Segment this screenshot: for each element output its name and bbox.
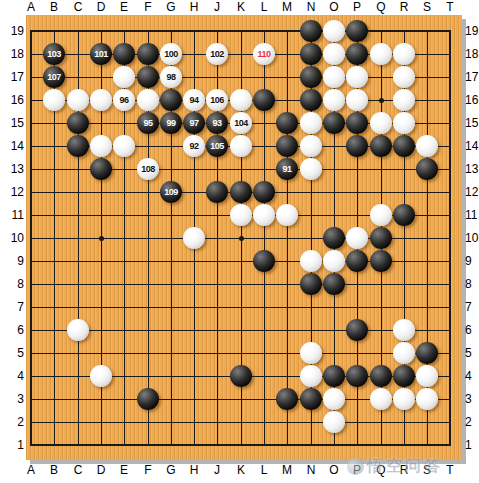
coord-label-bottom-G: G bbox=[162, 463, 180, 477]
coord-label-right-10: 10 bbox=[465, 231, 479, 245]
go-diagram-page: AA1919BB1818CC1717DD1616EE1515FF1414GG13… bbox=[0, 0, 479, 483]
coord-label-right-14: 14 bbox=[465, 139, 479, 153]
coord-label-bottom-F: F bbox=[139, 463, 157, 477]
move-number-99: 99 bbox=[160, 112, 182, 134]
coord-label-right-12: 12 bbox=[465, 185, 479, 199]
stone-J12 bbox=[206, 181, 228, 203]
coord-label-top-T: T bbox=[441, 0, 459, 14]
stone-Q9 bbox=[370, 250, 392, 272]
move-number-105: 105 bbox=[206, 135, 228, 157]
stone-Q3 bbox=[370, 388, 392, 410]
move-number-97: 97 bbox=[183, 112, 205, 134]
stone-C6 bbox=[67, 319, 89, 341]
stone-P9 bbox=[346, 250, 368, 272]
stone-M3 bbox=[276, 388, 298, 410]
stone-J16: 106 bbox=[206, 89, 228, 111]
move-number-93: 93 bbox=[206, 112, 228, 134]
stone-L11 bbox=[253, 204, 275, 226]
coord-label-left-16: 16 bbox=[2, 93, 24, 107]
stone-R4 bbox=[393, 365, 415, 387]
stone-H14: 92 bbox=[183, 135, 205, 157]
stone-P4 bbox=[346, 365, 368, 387]
coord-label-right-16: 16 bbox=[465, 93, 479, 107]
coord-label-top-P: P bbox=[348, 0, 366, 14]
stone-N16 bbox=[300, 89, 322, 111]
coord-label-left-15: 15 bbox=[2, 116, 24, 130]
stone-D14 bbox=[90, 135, 112, 157]
stone-O3 bbox=[323, 388, 345, 410]
stone-O10 bbox=[323, 227, 345, 249]
stone-H16: 94 bbox=[183, 89, 205, 111]
stone-N15 bbox=[300, 112, 322, 134]
coord-label-top-A: A bbox=[22, 0, 40, 14]
stone-O18 bbox=[323, 43, 345, 65]
stone-B18: 103 bbox=[43, 43, 65, 65]
coord-label-top-E: E bbox=[115, 0, 133, 14]
stone-K12 bbox=[230, 181, 252, 203]
stone-G15: 99 bbox=[160, 112, 182, 134]
stone-R11 bbox=[393, 204, 415, 226]
coord-label-top-F: F bbox=[139, 0, 157, 14]
stone-C14 bbox=[67, 135, 89, 157]
move-number-109: 109 bbox=[160, 181, 182, 203]
coord-label-right-1: 1 bbox=[465, 438, 479, 452]
stone-D4 bbox=[90, 365, 112, 387]
coord-label-left-13: 13 bbox=[2, 162, 24, 176]
stone-C15 bbox=[67, 112, 89, 134]
coord-label-left-5: 5 bbox=[2, 346, 24, 360]
move-number-94: 94 bbox=[183, 89, 205, 111]
coord-label-top-D: D bbox=[92, 0, 110, 14]
stone-F18 bbox=[137, 43, 159, 65]
stone-C16 bbox=[67, 89, 89, 111]
stone-R17 bbox=[393, 66, 415, 88]
coord-label-left-18: 18 bbox=[2, 47, 24, 61]
coord-label-top-C: C bbox=[69, 0, 87, 14]
move-number-102: 102 bbox=[206, 43, 228, 65]
stone-P18 bbox=[346, 43, 368, 65]
move-number-101: 101 bbox=[90, 43, 112, 65]
stone-K16 bbox=[230, 89, 252, 111]
coord-label-top-H: H bbox=[185, 0, 203, 14]
stone-K14 bbox=[230, 135, 252, 157]
stone-N4 bbox=[300, 365, 322, 387]
move-number-92: 92 bbox=[183, 135, 205, 157]
coord-label-right-17: 17 bbox=[465, 70, 479, 84]
coord-label-right-6: 6 bbox=[465, 323, 479, 337]
stone-O8 bbox=[323, 273, 345, 295]
stone-G17: 98 bbox=[160, 66, 182, 88]
coord-label-bottom-N: N bbox=[302, 463, 320, 477]
stone-S5 bbox=[416, 342, 438, 364]
stone-R14 bbox=[393, 135, 415, 157]
stone-E16: 96 bbox=[113, 89, 135, 111]
stone-M11 bbox=[276, 204, 298, 226]
stone-D18: 101 bbox=[90, 43, 112, 65]
move-number-106: 106 bbox=[206, 89, 228, 111]
coord-label-bottom-K: K bbox=[232, 463, 250, 477]
coord-label-bottom-O: O bbox=[325, 463, 343, 477]
coord-label-left-8: 8 bbox=[2, 277, 24, 291]
stone-F15: 95 bbox=[137, 112, 159, 134]
coord-label-left-4: 4 bbox=[2, 369, 24, 383]
stone-N19 bbox=[300, 20, 322, 42]
coord-label-left-12: 12 bbox=[2, 185, 24, 199]
stone-E14 bbox=[113, 135, 135, 157]
coord-label-top-K: K bbox=[232, 0, 250, 14]
stone-R3 bbox=[393, 388, 415, 410]
coord-label-right-18: 18 bbox=[465, 47, 479, 61]
coord-label-top-B: B bbox=[45, 0, 63, 14]
coord-label-top-L: L bbox=[255, 0, 273, 14]
stone-O4 bbox=[323, 365, 345, 387]
stone-R6 bbox=[393, 319, 415, 341]
stone-K15: 104 bbox=[230, 112, 252, 134]
coord-label-bottom-D: D bbox=[92, 463, 110, 477]
stone-N5 bbox=[300, 342, 322, 364]
coord-label-top-R: R bbox=[395, 0, 413, 14]
coord-label-left-17: 17 bbox=[2, 70, 24, 84]
stone-L9 bbox=[253, 250, 275, 272]
coord-label-bottom-C: C bbox=[69, 463, 87, 477]
stone-S14 bbox=[416, 135, 438, 157]
stone-F17 bbox=[137, 66, 159, 88]
stone-G18: 100 bbox=[160, 43, 182, 65]
coord-label-left-14: 14 bbox=[2, 139, 24, 153]
hoshi-Q16 bbox=[379, 98, 384, 103]
stone-M14 bbox=[276, 135, 298, 157]
coord-label-right-11: 11 bbox=[465, 208, 479, 222]
stone-S4 bbox=[416, 365, 438, 387]
stone-O9 bbox=[323, 250, 345, 272]
stone-M13: 91 bbox=[276, 158, 298, 180]
coord-label-bottom-B: B bbox=[45, 463, 63, 477]
stone-N14 bbox=[300, 135, 322, 157]
hoshi-K10 bbox=[239, 236, 244, 241]
stone-E17 bbox=[113, 66, 135, 88]
coord-label-top-O: O bbox=[325, 0, 343, 14]
stone-Q14 bbox=[370, 135, 392, 157]
stone-J14: 105 bbox=[206, 135, 228, 157]
coord-label-left-1: 1 bbox=[2, 438, 24, 452]
stone-P17 bbox=[346, 66, 368, 88]
coord-label-left-10: 10 bbox=[2, 231, 24, 245]
coord-label-left-2: 2 bbox=[2, 415, 24, 429]
coord-label-bottom-J: J bbox=[208, 463, 226, 477]
stone-P10 bbox=[346, 227, 368, 249]
coord-label-right-3: 3 bbox=[465, 392, 479, 406]
coord-label-bottom-M: M bbox=[278, 463, 296, 477]
stone-N3 bbox=[300, 388, 322, 410]
stone-Q4 bbox=[370, 365, 392, 387]
stone-O17 bbox=[323, 66, 345, 88]
move-number-107: 107 bbox=[43, 66, 65, 88]
stone-H10 bbox=[183, 227, 205, 249]
stone-S3 bbox=[416, 388, 438, 410]
coord-label-top-M: M bbox=[278, 0, 296, 14]
stone-H15: 97 bbox=[183, 112, 205, 134]
stone-D13 bbox=[90, 158, 112, 180]
stone-F16 bbox=[137, 89, 159, 111]
stone-P16 bbox=[346, 89, 368, 111]
stone-Q15 bbox=[370, 112, 392, 134]
coord-label-bottom-E: E bbox=[115, 463, 133, 477]
stone-Q10 bbox=[370, 227, 392, 249]
coord-label-top-Q: Q bbox=[372, 0, 390, 14]
move-number-96: 96 bbox=[113, 89, 135, 111]
coord-label-right-4: 4 bbox=[465, 369, 479, 383]
move-number-95: 95 bbox=[137, 112, 159, 134]
stone-R15 bbox=[393, 112, 415, 134]
coord-label-bottom-A: A bbox=[22, 463, 40, 477]
coord-label-right-5: 5 bbox=[465, 346, 479, 360]
stone-N17 bbox=[300, 66, 322, 88]
stone-O16 bbox=[323, 89, 345, 111]
stone-N8 bbox=[300, 273, 322, 295]
coord-label-left-3: 3 bbox=[2, 392, 24, 406]
coord-label-right-2: 2 bbox=[465, 415, 479, 429]
hoshi-D10 bbox=[99, 236, 104, 241]
stone-P15 bbox=[346, 112, 368, 134]
move-number-108: 108 bbox=[137, 158, 159, 180]
move-number-98: 98 bbox=[160, 66, 182, 88]
stone-N13 bbox=[300, 158, 322, 180]
stone-D16 bbox=[90, 89, 112, 111]
stone-N18 bbox=[300, 43, 322, 65]
coord-label-top-S: S bbox=[418, 0, 436, 14]
coord-label-bottom-L: L bbox=[255, 463, 273, 477]
coord-label-left-6: 6 bbox=[2, 323, 24, 337]
move-number-91: 91 bbox=[276, 158, 298, 180]
stone-P14 bbox=[346, 135, 368, 157]
stone-K11 bbox=[230, 204, 252, 226]
coord-label-left-7: 7 bbox=[2, 300, 24, 314]
stone-P6 bbox=[346, 319, 368, 341]
stone-B16 bbox=[43, 89, 65, 111]
stone-L12 bbox=[253, 181, 275, 203]
coord-label-right-15: 15 bbox=[465, 116, 479, 130]
coord-label-top-G: G bbox=[162, 0, 180, 14]
move-number-103: 103 bbox=[43, 43, 65, 65]
stone-B17: 107 bbox=[43, 66, 65, 88]
coord-label-right-8: 8 bbox=[465, 277, 479, 291]
stone-O2 bbox=[323, 411, 345, 433]
stone-S13 bbox=[416, 158, 438, 180]
coord-label-right-19: 19 bbox=[465, 24, 479, 38]
watermark-text: 悟空问答 bbox=[367, 456, 443, 477]
stone-E18 bbox=[113, 43, 135, 65]
coord-label-right-13: 13 bbox=[465, 162, 479, 176]
stone-F13: 108 bbox=[137, 158, 159, 180]
stone-M15 bbox=[276, 112, 298, 134]
stone-O19 bbox=[323, 20, 345, 42]
stone-O15 bbox=[323, 112, 345, 134]
coord-label-left-19: 19 bbox=[2, 24, 24, 38]
stone-J18: 102 bbox=[206, 43, 228, 65]
watermark-logo-icon bbox=[347, 458, 364, 475]
stone-R5 bbox=[393, 342, 415, 364]
stone-L18: 110 bbox=[253, 43, 275, 65]
stone-R16 bbox=[393, 89, 415, 111]
coord-label-right-9: 9 bbox=[465, 254, 479, 268]
stone-R18 bbox=[393, 43, 415, 65]
stone-G12: 109 bbox=[160, 181, 182, 203]
move-number-110: 110 bbox=[253, 43, 275, 65]
stone-L16 bbox=[253, 89, 275, 111]
coord-label-bottom-T: T bbox=[441, 463, 459, 477]
watermark: 悟空问答 bbox=[347, 456, 443, 477]
coord-label-left-9: 9 bbox=[2, 254, 24, 268]
coord-label-top-N: N bbox=[302, 0, 320, 14]
stone-J15: 93 bbox=[206, 112, 228, 134]
stone-G16 bbox=[160, 89, 182, 111]
move-number-100: 100 bbox=[160, 43, 182, 65]
stone-P19 bbox=[346, 20, 368, 42]
stone-Q11 bbox=[370, 204, 392, 226]
coord-label-left-11: 11 bbox=[2, 208, 24, 222]
coord-label-right-7: 7 bbox=[465, 300, 479, 314]
move-number-104: 104 bbox=[230, 112, 252, 134]
coord-label-bottom-H: H bbox=[185, 463, 203, 477]
stone-K4 bbox=[230, 365, 252, 387]
stone-F3 bbox=[137, 388, 159, 410]
coord-label-top-J: J bbox=[208, 0, 226, 14]
stone-Q18 bbox=[370, 43, 392, 65]
stone-N9 bbox=[300, 250, 322, 272]
